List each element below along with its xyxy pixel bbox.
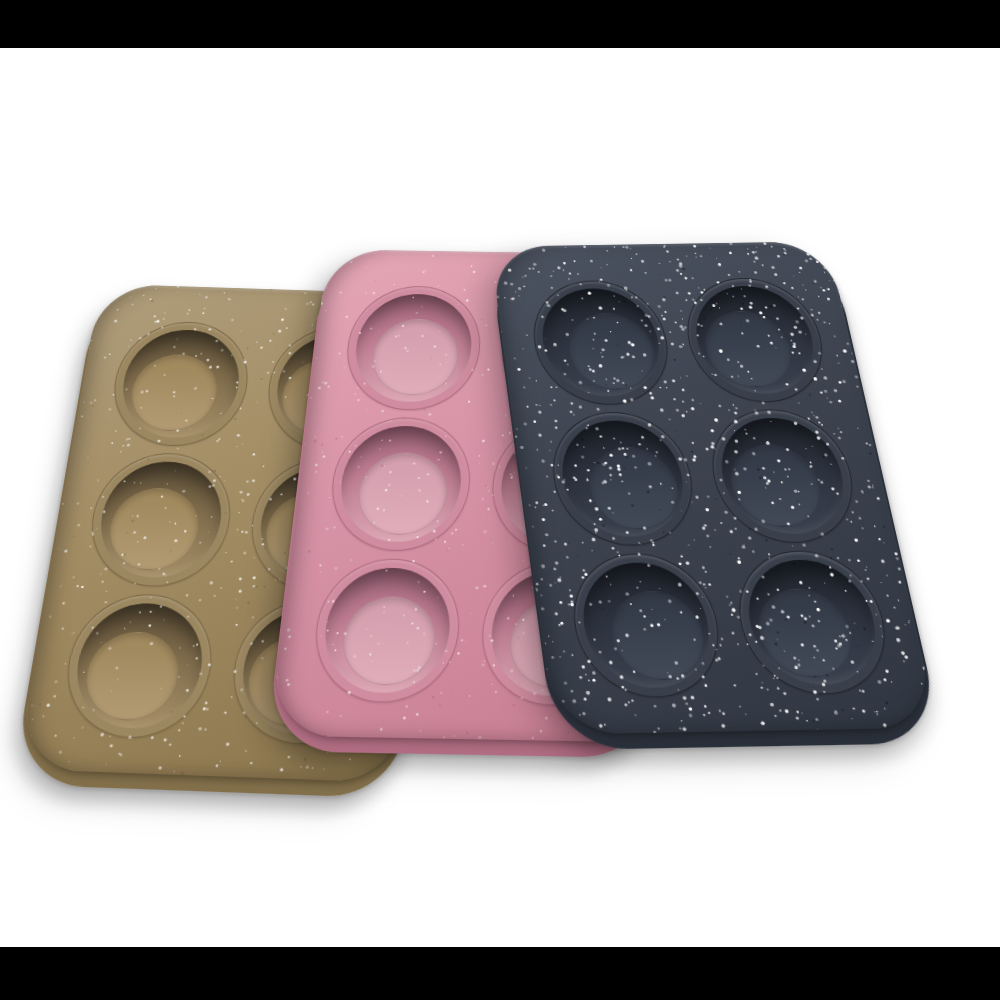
cup-flat-bottom: [605, 590, 711, 680]
muffin-cup: [701, 408, 865, 543]
cup-cavity: [350, 293, 475, 402]
letterbox-top-bar: [0, 0, 1000, 48]
cup-cavity: [319, 566, 454, 693]
cup-cavity: [535, 287, 667, 397]
cup-flat-bottom: [563, 312, 660, 390]
letterbox-bottom-bar: [0, 947, 1000, 1000]
muffin-cup: [81, 451, 237, 589]
muffin-cup: [340, 285, 484, 411]
cup-flat-bottom: [369, 318, 461, 396]
pan-surface: [490, 241, 939, 734]
cup-cavity: [575, 561, 718, 688]
cup-cavity: [68, 601, 209, 730]
cup-cavity: [92, 459, 228, 579]
muffin-cup: [564, 552, 729, 698]
cup-flat-bottom: [724, 444, 828, 528]
cup-flat-bottom: [354, 452, 450, 536]
muffin-cup: [105, 320, 255, 448]
muffin-cup: [325, 416, 474, 551]
muffin-cup: [727, 549, 898, 695]
cup-flat-bottom: [126, 353, 222, 432]
cup-flat-bottom: [751, 587, 860, 677]
cup-cavity: [115, 328, 245, 439]
muffin-cup: [525, 279, 677, 405]
muffin-cup: [677, 277, 834, 403]
cup-flat-bottom: [104, 486, 204, 571]
muffin-cup: [544, 411, 702, 547]
cup-flat-bottom: [699, 310, 799, 388]
cup-cavity: [335, 425, 465, 543]
muffin-cup: [57, 591, 220, 739]
muffin-cup: [308, 557, 463, 703]
product-photo: [0, 0, 1000, 1000]
cup-flat-bottom: [583, 446, 685, 530]
cup-cavity: [738, 558, 886, 685]
muffin-pan-charcoal: [490, 241, 939, 734]
cup-flat-bottom: [80, 630, 184, 722]
cup-cavity: [554, 419, 691, 537]
cup-cavity: [687, 285, 823, 394]
photo-area: [0, 0, 1000, 1000]
cup-cavity: [712, 417, 854, 535]
cup-flat-bottom: [339, 595, 439, 685]
